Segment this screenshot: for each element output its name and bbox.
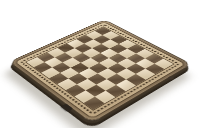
chess-set-product-photo: ♜♟♟♜♞♟♟♞♝♟♟♝♚♟♟♚♛♟♟♛♝♟♟♝♞♟♟♞♜♟♟♜ <box>0 0 200 128</box>
square-d4[interactable] <box>89 63 108 73</box>
beaded-inlay-strip: ♜♟♟♜♞♟♟♞♝♟♟♝♚♟♟♚♛♟♟♛♝♟♟♝♞♟♟♞♜♟♟♜ <box>20 24 181 115</box>
board-frame: ♜♟♟♜♞♟♟♞♝♟♟♝♚♟♟♚♛♟♟♛♝♟♟♝♞♟♟♞♜♟♟♜ <box>9 19 192 123</box>
board-grid: ♜♟♟♜♞♟♟♞♝♟♟♝♚♟♟♚♛♟♟♛♝♟♟♝♞♟♟♞♜♟♟♜ <box>25 26 175 110</box>
chess-board: ♜♟♟♜♞♟♟♞♝♟♟♝♚♟♟♚♛♟♟♛♝♟♟♝♞♟♟♞♜♟♟♜ <box>9 19 192 123</box>
inlay-border: ♜♟♟♜♞♟♟♞♝♟♟♝♚♟♟♚♛♟♟♛♝♟♟♝♞♟♟♞♜♟♟♜ <box>14 22 186 120</box>
